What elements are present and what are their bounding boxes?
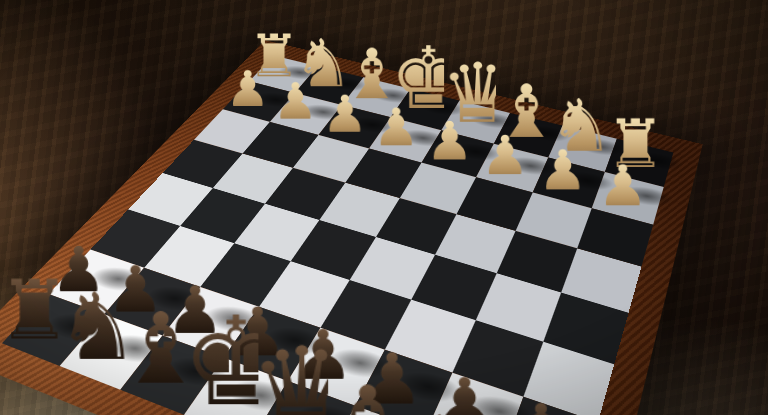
black-knight[interactable]: ♞	[396, 402, 480, 415]
scene: ♜♞♝♚♛♝♞♜♟♟♟♟♟♟♟♟♟♟♟♟♟♟♟♟♜♞♝♚♛♝♞♜	[0, 0, 768, 415]
black-pawn[interactable]: ♟	[501, 394, 582, 415]
board-squares: ♜♞♝♚♛♝♞♜♟♟♟♟♟♟♟♟♟♟♟♟♟♟♟♟♜♞♝♚♛♝♞♜	[2, 55, 673, 415]
black-bishop[interactable]: ♝	[320, 372, 401, 415]
white-pawn[interactable]: ♟	[269, 76, 324, 126]
white-pawn[interactable]: ♟	[368, 101, 425, 153]
square-f5[interactable]	[235, 203, 320, 260]
white-pawn[interactable]: ♟	[221, 64, 275, 113]
square-a7[interactable]: ♟	[501, 396, 598, 415]
square-a2[interactable]: ♟	[592, 172, 664, 225]
white-pawn[interactable]: ♟	[533, 142, 593, 197]
white-pawn[interactable]: ♟	[318, 88, 374, 139]
white-pawn[interactable]: ♟	[593, 157, 654, 213]
black-king[interactable]: ♚	[181, 301, 258, 415]
black-queen[interactable]: ♛	[249, 332, 328, 415]
white-pawn[interactable]: ♟	[476, 128, 535, 182]
white-pawn[interactable]: ♟	[421, 114, 479, 167]
chess-board: ♜♞♝♚♛♝♞♜♟♟♟♟♟♟♟♟♟♟♟♟♟♟♟♟♜♞♝♚♛♝♞♜	[0, 40, 703, 415]
